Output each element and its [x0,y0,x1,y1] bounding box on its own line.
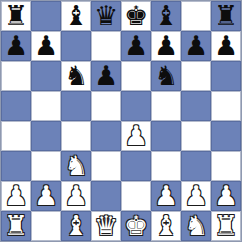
white-pawn[interactable]: ♟ [154,181,178,211]
square-g4[interactable] [181,121,211,151]
square-g2[interactable]: ♟ [181,181,211,211]
square-c1[interactable]: ♝ [61,211,91,241]
black-pawn[interactable]: ♟ [184,31,208,61]
square-a4[interactable] [1,121,31,151]
black-pawn[interactable]: ♟ [154,31,178,61]
square-b6[interactable] [31,61,61,91]
square-b3[interactable] [31,151,61,181]
black-pawn[interactable]: ♟ [94,61,118,91]
black-pawn[interactable]: ♟ [4,31,28,61]
square-a3[interactable] [1,151,31,181]
square-a1[interactable]: ♜ [1,211,31,241]
square-c5[interactable] [61,91,91,121]
square-b2[interactable]: ♟ [31,181,61,211]
square-e2[interactable] [121,181,151,211]
white-pawn[interactable]: ♟ [184,181,208,211]
square-b7[interactable]: ♟ [31,31,61,61]
square-d7[interactable] [91,31,121,61]
square-a2[interactable]: ♟ [1,181,31,211]
square-c7[interactable] [61,31,91,61]
square-d6[interactable]: ♟ [91,61,121,91]
white-rook[interactable]: ♜ [214,211,238,241]
black-king[interactable]: ♚ [124,1,148,31]
square-g8[interactable] [181,1,211,31]
white-knight[interactable]: ♞ [184,211,208,241]
square-c4[interactable] [61,121,91,151]
square-d3[interactable] [91,151,121,181]
square-h1[interactable]: ♜ [211,211,241,241]
square-f6[interactable]: ♞ [151,61,181,91]
square-c8[interactable]: ♝ [61,1,91,31]
black-knight[interactable]: ♞ [154,61,178,91]
square-h3[interactable] [211,151,241,181]
square-h5[interactable] [211,91,241,121]
white-pawn[interactable]: ♟ [34,181,58,211]
square-c3[interactable]: ♞ [61,151,91,181]
white-rook[interactable]: ♜ [4,211,28,241]
white-bishop[interactable]: ♝ [154,211,178,241]
square-d8[interactable]: ♛ [91,1,121,31]
white-pawn[interactable]: ♟ [4,181,28,211]
square-h8[interactable]: ♜ [211,1,241,31]
black-knight[interactable]: ♞ [64,61,88,91]
black-bishop[interactable]: ♝ [64,1,88,31]
square-f4[interactable] [151,121,181,151]
square-d2[interactable] [91,181,121,211]
square-e6[interactable] [121,61,151,91]
square-c2[interactable]: ♟ [61,181,91,211]
square-f1[interactable]: ♝ [151,211,181,241]
square-d4[interactable] [91,121,121,151]
square-b4[interactable] [31,121,61,151]
square-f2[interactable]: ♟ [151,181,181,211]
white-pawn[interactable]: ♟ [124,121,148,151]
square-h2[interactable]: ♟ [211,181,241,211]
square-e3[interactable] [121,151,151,181]
square-a6[interactable] [1,61,31,91]
black-pawn[interactable]: ♟ [34,31,58,61]
square-e4[interactable]: ♟ [121,121,151,151]
square-f3[interactable] [151,151,181,181]
black-pawn[interactable]: ♟ [124,31,148,61]
black-pawn[interactable]: ♟ [214,31,238,61]
square-c6[interactable]: ♞ [61,61,91,91]
black-bishop[interactable]: ♝ [154,1,178,31]
white-pawn[interactable]: ♟ [64,181,88,211]
square-e5[interactable] [121,91,151,121]
square-f7[interactable]: ♟ [151,31,181,61]
square-d1[interactable]: ♛ [91,211,121,241]
square-h6[interactable] [211,61,241,91]
white-king[interactable]: ♚ [124,211,148,241]
square-b1[interactable] [31,211,61,241]
white-queen[interactable]: ♛ [94,211,118,241]
square-h7[interactable]: ♟ [211,31,241,61]
square-b5[interactable] [31,91,61,121]
chess-board: ♜♝♛♚♝♜♟♟♟♟♟♟♞♟♞♟♞♟♟♟♟♟♟♜♝♛♚♝♞♜ [0,0,242,242]
square-a8[interactable]: ♜ [1,1,31,31]
square-g5[interactable] [181,91,211,121]
square-g3[interactable] [181,151,211,181]
white-knight[interactable]: ♞ [64,151,88,181]
square-f5[interactable] [151,91,181,121]
square-d5[interactable] [91,91,121,121]
square-a5[interactable] [1,91,31,121]
square-f8[interactable]: ♝ [151,1,181,31]
black-rook[interactable]: ♜ [214,1,238,31]
square-e8[interactable]: ♚ [121,1,151,31]
square-g7[interactable]: ♟ [181,31,211,61]
square-g6[interactable] [181,61,211,91]
black-queen[interactable]: ♛ [94,1,118,31]
white-pawn[interactable]: ♟ [214,181,238,211]
square-e1[interactable]: ♚ [121,211,151,241]
black-rook[interactable]: ♜ [4,1,28,31]
square-g1[interactable]: ♞ [181,211,211,241]
white-bishop[interactable]: ♝ [64,211,88,241]
square-h4[interactable] [211,121,241,151]
square-e7[interactable]: ♟ [121,31,151,61]
square-b8[interactable] [31,1,61,31]
square-a7[interactable]: ♟ [1,31,31,61]
